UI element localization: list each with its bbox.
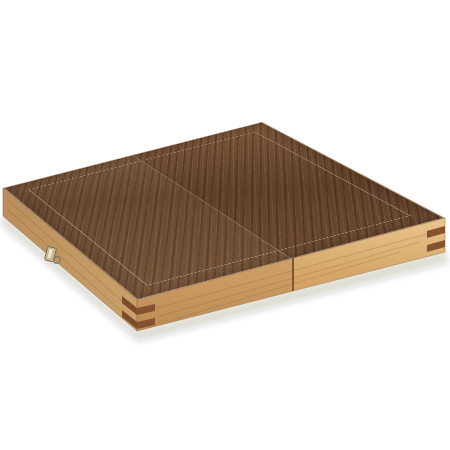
chess-set-product-photo xyxy=(0,0,450,450)
